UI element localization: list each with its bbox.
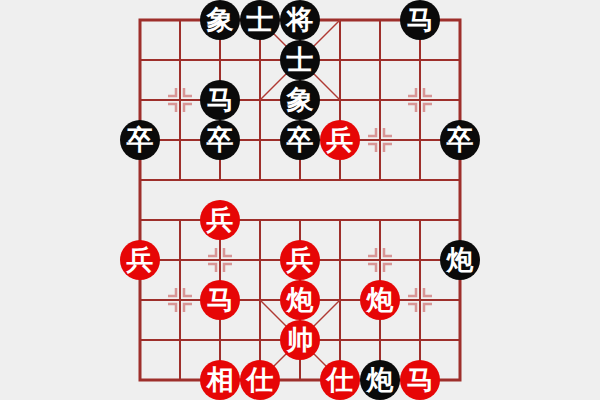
black-cannon-glyph: 炮 — [440, 240, 480, 280]
piece-red-advisor[interactable]: 仕 — [240, 360, 280, 400]
piece-black-advisor[interactable]: 士 — [280, 40, 320, 80]
black-elephant-glyph: 象 — [280, 80, 320, 120]
piece-red-soldier[interactable]: 兵 — [320, 120, 360, 160]
red-advisor-glyph: 仕 — [240, 360, 280, 400]
piece-red-soldier[interactable]: 兵 — [120, 240, 160, 280]
piece-red-soldier[interactable]: 兵 — [200, 200, 240, 240]
red-general-glyph: 帅 — [280, 320, 320, 360]
piece-black-elephant[interactable]: 象 — [280, 80, 320, 120]
black-soldier-glyph: 卒 — [440, 120, 480, 160]
piece-black-soldier[interactable]: 卒 — [200, 120, 240, 160]
piece-red-elephant[interactable]: 相 — [200, 360, 240, 400]
black-general-glyph: 将 — [280, 0, 320, 40]
piece-black-general[interactable]: 将 — [280, 0, 320, 40]
black-soldier-glyph: 卒 — [280, 120, 320, 160]
piece-red-cannon[interactable]: 炮 — [360, 280, 400, 320]
piece-black-soldier[interactable]: 卒 — [120, 120, 160, 160]
red-soldier-glyph: 兵 — [280, 240, 320, 280]
black-elephant-glyph: 象 — [200, 0, 240, 40]
red-cannon-glyph: 炮 — [360, 280, 400, 320]
piece-black-horse[interactable]: 马 — [200, 80, 240, 120]
piece-red-horse[interactable]: 马 — [400, 360, 440, 400]
piece-red-soldier[interactable]: 兵 — [280, 240, 320, 280]
piece-black-cannon[interactable]: 炮 — [360, 360, 400, 400]
piece-black-horse[interactable]: 马 — [400, 0, 440, 40]
black-soldier-glyph: 卒 — [120, 120, 160, 160]
xiangqi-screenshot: 象士将马士马象卒卒卒兵卒兵兵兵炮马炮炮帅相仕仕炮马 — [0, 0, 600, 400]
red-soldier-glyph: 兵 — [120, 240, 160, 280]
piece-black-cannon[interactable]: 炮 — [440, 240, 480, 280]
red-horse-glyph: 马 — [200, 280, 240, 320]
piece-red-horse[interactable]: 马 — [200, 280, 240, 320]
black-soldier-glyph: 卒 — [200, 120, 240, 160]
piece-red-advisor[interactable]: 仕 — [320, 360, 360, 400]
black-horse-glyph: 马 — [200, 80, 240, 120]
piece-red-general[interactable]: 帅 — [280, 320, 320, 360]
piece-red-cannon[interactable]: 炮 — [280, 280, 320, 320]
black-advisor-glyph: 士 — [240, 0, 280, 40]
black-advisor-glyph: 士 — [280, 40, 320, 80]
red-elephant-glyph: 相 — [200, 360, 240, 400]
piece-black-soldier[interactable]: 卒 — [440, 120, 480, 160]
piece-black-elephant[interactable]: 象 — [200, 0, 240, 40]
red-soldier-glyph: 兵 — [320, 120, 360, 160]
black-cannon-glyph: 炮 — [360, 360, 400, 400]
piece-black-advisor[interactable]: 士 — [240, 0, 280, 40]
red-cannon-glyph: 炮 — [280, 280, 320, 320]
piece-black-soldier[interactable]: 卒 — [280, 120, 320, 160]
red-soldier-glyph: 兵 — [200, 200, 240, 240]
xiangqi-board[interactable]: 象士将马士马象卒卒卒兵卒兵兵兵炮马炮炮帅相仕仕炮马 — [120, 0, 480, 400]
red-horse-glyph: 马 — [400, 360, 440, 400]
black-horse-glyph: 马 — [400, 0, 440, 40]
red-advisor-glyph: 仕 — [320, 360, 360, 400]
